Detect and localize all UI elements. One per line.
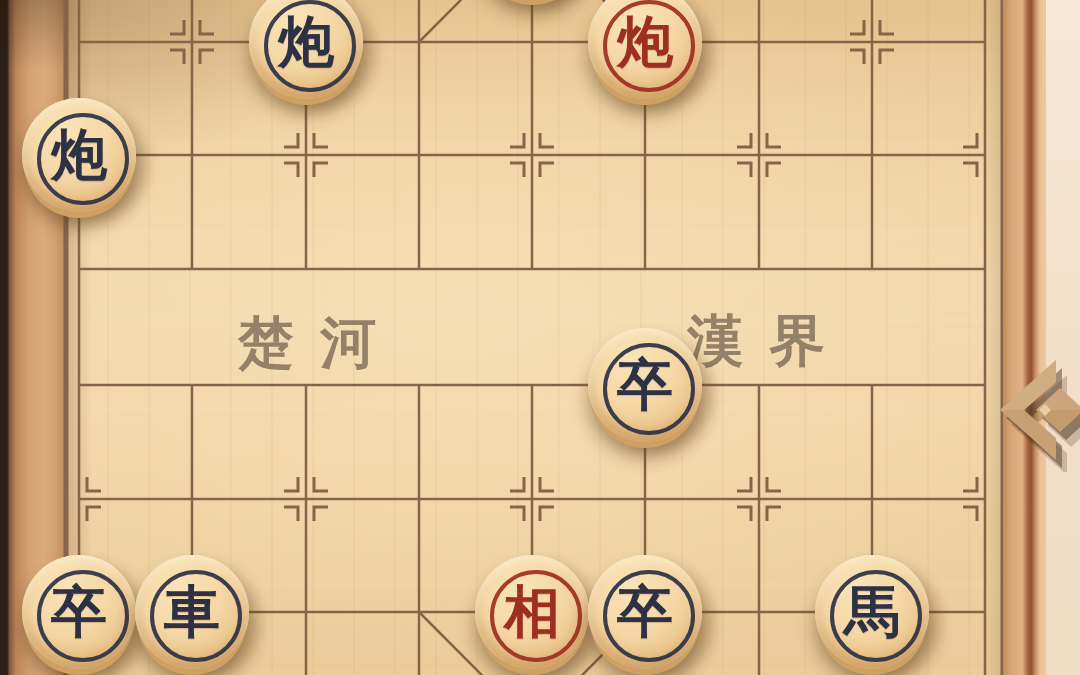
piece-black-horse[interactable]: 馬: [815, 555, 929, 669]
piece-black-soldier[interactable]: 卒: [588, 328, 702, 442]
piece-red-elephant[interactable]: 相: [475, 555, 589, 669]
piece-glyph: 炮: [617, 13, 673, 69]
piece-glyph: 馬: [844, 583, 900, 639]
piece-black-chariot[interactable]: 車: [135, 555, 249, 669]
piece-black-soldier[interactable]: 卒: [22, 555, 136, 669]
piece-glyph: 炮: [278, 13, 334, 69]
piece-glyph: 卒: [617, 356, 673, 412]
piece-glyph: 相: [504, 583, 560, 639]
xiangqi-game-screen: 楚河 漢界 炮炮炮卒卒車相卒馬: [0, 0, 1080, 675]
chevron-left-icon: [998, 356, 1080, 472]
board-frame-right: [1003, 0, 1046, 675]
piece-glyph: 車: [164, 583, 220, 639]
piece-black-cannon[interactable]: 炮: [22, 98, 136, 212]
panel-collapse-arrow[interactable]: [998, 356, 1080, 472]
river-label-chuhe: 楚河: [238, 314, 402, 370]
piece-glyph: 卒: [51, 583, 107, 639]
side-panel-background: [1046, 0, 1080, 675]
river-label-hanjie: 漢界: [687, 312, 851, 368]
piece-glyph: 炮: [51, 126, 107, 182]
piece-black-soldier[interactable]: 卒: [588, 555, 702, 669]
piece-glyph: 卒: [617, 583, 673, 639]
